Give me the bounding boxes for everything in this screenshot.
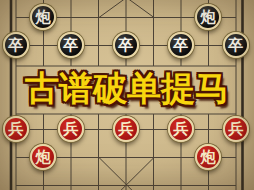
piece-black-cannon[interactable]: 炮: [30, 4, 56, 30]
xiangqi-board[interactable]: 古谱破单提马 炮炮卒卒卒卒卒兵兵兵兵兵炮炮: [0, 0, 254, 190]
piece-black-soldier[interactable]: 卒: [168, 32, 194, 58]
piece-black-soldier[interactable]: 卒: [3, 32, 29, 58]
piece-red-cannon[interactable]: 炮: [30, 144, 56, 170]
piece-red-soldier[interactable]: 兵: [168, 116, 194, 142]
piece-red-soldier[interactable]: 兵: [113, 116, 139, 142]
piece-red-soldier[interactable]: 兵: [223, 116, 249, 142]
piece-black-cannon[interactable]: 炮: [195, 4, 221, 30]
piece-red-soldier[interactable]: 兵: [58, 116, 84, 142]
piece-red-soldier[interactable]: 兵: [3, 116, 29, 142]
piece-black-soldier[interactable]: 卒: [223, 32, 249, 58]
title-banner: 古谱破单提马: [25, 66, 229, 112]
piece-black-soldier[interactable]: 卒: [58, 32, 84, 58]
piece-red-cannon[interactable]: 炮: [195, 144, 221, 170]
piece-black-soldier[interactable]: 卒: [113, 32, 139, 58]
